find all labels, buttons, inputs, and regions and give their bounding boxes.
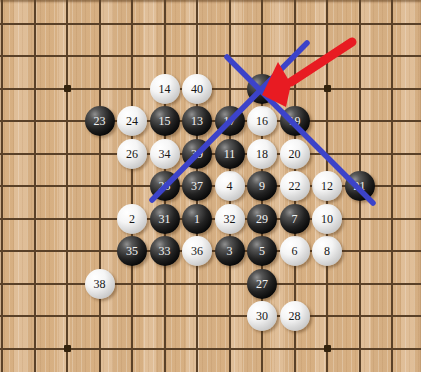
stone-black-9: 9 [247, 171, 277, 201]
stone-black-25: 25 [150, 171, 180, 201]
stone-black-39: 39 [182, 139, 212, 169]
stone-white-38: 38 [85, 269, 115, 299]
stone-white-24: 24 [117, 106, 147, 136]
stone-white-8: 8 [312, 236, 342, 266]
stone-black-37: 37 [182, 171, 212, 201]
stone-white-28: 28 [280, 301, 310, 331]
stone-white-18: 18 [247, 139, 277, 169]
stone-white-30: 30 [247, 301, 277, 331]
stone-black-7: 7 [280, 204, 310, 234]
stone-white-16: 16 [247, 106, 277, 136]
stone-black-15: 15 [150, 106, 180, 136]
stone-black-13: 13 [182, 106, 212, 136]
stone-white-14: 14 [150, 74, 180, 104]
stone-white-26: 26 [117, 139, 147, 169]
stone-black-29: 29 [247, 204, 277, 234]
stone-black-17: 17 [215, 106, 245, 136]
board-grid: 1234567891011121314151617181920212223242… [0, 7, 408, 365]
stone-black-27: 27 [247, 269, 277, 299]
stone-white-6: 6 [280, 236, 310, 266]
stone-white-4: 4 [215, 171, 245, 201]
stone-white-22: 22 [280, 171, 310, 201]
gomoku-board[interactable]: 1234567891011121314151617181920212223242… [0, 0, 421, 372]
stone-black-1: 1 [182, 204, 212, 234]
stone-black-3: 3 [215, 236, 245, 266]
star-point [324, 85, 331, 92]
stone-black-21: 21 [345, 171, 375, 201]
star-point [64, 345, 71, 352]
stone-white-34: 34 [150, 139, 180, 169]
stone-black-11: 11 [215, 139, 245, 169]
stone-white-2: 2 [117, 204, 147, 234]
stone-black-41 [247, 74, 277, 104]
star-point [64, 85, 71, 92]
stone-black-33: 33 [150, 236, 180, 266]
star-point [324, 345, 331, 352]
stone-black-5: 5 [247, 236, 277, 266]
stone-black-31: 31 [150, 204, 180, 234]
stone-black-23: 23 [85, 106, 115, 136]
stone-white-36: 36 [182, 236, 212, 266]
stone-white-32: 32 [215, 204, 245, 234]
stone-white-20: 20 [280, 139, 310, 169]
stone-black-35: 35 [117, 236, 147, 266]
stone-white-40: 40 [182, 74, 212, 104]
stone-white-12: 12 [312, 171, 342, 201]
stone-white-10: 10 [312, 204, 342, 234]
stone-black-19: 19 [280, 106, 310, 136]
